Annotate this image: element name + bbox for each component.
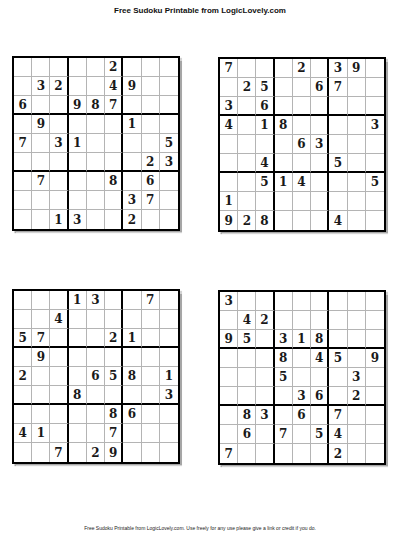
sudoku-cell-empty — [348, 154, 366, 173]
sudoku-cell-given: 4 — [50, 310, 68, 329]
sudoku-cell-empty — [69, 191, 87, 210]
sudoku-cell-given: 5 — [256, 173, 274, 192]
sudoku-cell-given: 3 — [69, 210, 87, 229]
sudoku-cell-given: 7 — [14, 134, 32, 153]
sudoku-cell-given: 7 — [105, 424, 123, 443]
sudoku-cell-empty — [220, 173, 238, 192]
sudoku-cell-empty — [14, 405, 32, 424]
sudoku-cell-given: 9 — [348, 59, 366, 78]
sudoku-cell-given: 7 — [50, 443, 68, 462]
sudoku-cell-empty — [348, 211, 366, 230]
sudoku-cell-empty — [123, 96, 141, 115]
sudoku-cell-empty — [293, 154, 311, 173]
page-title: Free Sudoku Printable from LogicLovely.c… — [0, 6, 400, 15]
sudoku-cell-empty — [275, 192, 293, 211]
sudoku-cell-given: 5 — [105, 367, 123, 386]
sudoku-cell-empty — [348, 349, 366, 368]
sudoku-cell-empty — [256, 135, 274, 154]
sudoku-cell-empty — [256, 368, 274, 387]
sudoku-cell-given: 3 — [275, 330, 293, 349]
sudoku-cell-empty — [348, 292, 366, 311]
sudoku-cell-given: 5 — [256, 78, 274, 97]
sudoku-cell-empty — [366, 387, 384, 406]
sudoku-cell-empty — [238, 173, 256, 192]
sudoku-cell-empty — [348, 135, 366, 154]
sudoku-cell-given: 6 — [238, 425, 256, 444]
sudoku-cell-given: 3 — [87, 291, 105, 310]
sudoku-cell-empty — [123, 386, 141, 405]
sudoku-cell-given: 6 — [256, 97, 274, 116]
sudoku-cell-empty — [311, 59, 329, 78]
sudoku-cell-given: 7 — [142, 291, 160, 310]
sudoku-cell-given: 7 — [220, 444, 238, 463]
sudoku-cell-empty — [293, 116, 311, 135]
sudoku-cell-empty — [69, 443, 87, 462]
sudoku-cell-empty — [220, 425, 238, 444]
sudoku-cell-given: 8 — [105, 405, 123, 424]
sudoku-cell-empty — [366, 368, 384, 387]
sudoku-cell-empty — [87, 348, 105, 367]
sudoku-cell-empty — [329, 116, 347, 135]
sudoku-cell-given: 1 — [123, 115, 141, 134]
sudoku-cell-given: 8 — [69, 386, 87, 405]
sudoku-cell-empty — [14, 291, 32, 310]
sudoku-cell-empty — [123, 172, 141, 191]
sudoku-cell-empty — [69, 310, 87, 329]
sudoku-cell-empty — [69, 405, 87, 424]
sudoku-cell-empty — [238, 135, 256, 154]
sudoku-cell-empty — [238, 116, 256, 135]
sudoku-cell-given: 8 — [105, 172, 123, 191]
sudoku-cell-empty — [275, 135, 293, 154]
sudoku-cell-empty — [348, 192, 366, 211]
sudoku-cell-given: 4 — [220, 116, 238, 135]
sudoku-cell-empty — [329, 330, 347, 349]
sudoku-cell-empty — [87, 329, 105, 348]
sudoku-grid-top-left: 2324969879173152378637132 — [12, 56, 180, 231]
sudoku-cell-empty — [142, 329, 160, 348]
sudoku-cell-empty — [50, 367, 68, 386]
sudoku-cell-empty — [366, 135, 384, 154]
sudoku-cell-given: 1 — [32, 424, 50, 443]
sudoku-cell-given: 3 — [220, 292, 238, 311]
sudoku-cell-given: 4 — [14, 424, 32, 443]
sudoku-cell-given: 7 — [275, 425, 293, 444]
sudoku-cell-empty — [32, 191, 50, 210]
sudoku-cell-empty — [348, 173, 366, 192]
sudoku-cell-empty — [293, 192, 311, 211]
sudoku-cell-given: 3 — [160, 386, 178, 405]
sudoku-cell-empty — [220, 135, 238, 154]
sudoku-cell-empty — [32, 210, 50, 229]
sudoku-cell-empty — [105, 348, 123, 367]
sudoku-cell-given: 6 — [87, 367, 105, 386]
sudoku-cell-empty — [348, 406, 366, 425]
sudoku-cell-empty — [14, 310, 32, 329]
sudoku-cell-empty — [69, 172, 87, 191]
sudoku-cell-empty — [32, 443, 50, 462]
sudoku-cell-empty — [105, 310, 123, 329]
sudoku-cell-given: 8 — [275, 349, 293, 368]
sudoku-cell-empty — [311, 406, 329, 425]
sudoku-cell-given: 2 — [348, 387, 366, 406]
sudoku-cell-given: 3 — [220, 97, 238, 116]
sudoku-cell-given: 3 — [366, 116, 384, 135]
sudoku-cell-empty — [87, 191, 105, 210]
sudoku-cell-given: 2 — [238, 211, 256, 230]
sudoku-cell-empty — [311, 154, 329, 173]
sudoku-cell-empty — [275, 387, 293, 406]
sudoku-cell-given: 2 — [238, 78, 256, 97]
sudoku-cell-empty — [142, 77, 160, 96]
sudoku-cell-empty — [142, 443, 160, 462]
sudoku-cell-empty — [142, 96, 160, 115]
sudoku-cell-given: 9 — [220, 330, 238, 349]
sudoku-cell-empty — [123, 424, 141, 443]
sudoku-cell-empty — [123, 348, 141, 367]
sudoku-grid-bottom-right: 342953188459533628367675472 — [218, 290, 386, 465]
sudoku-cell-empty — [238, 59, 256, 78]
sudoku-cell-empty — [87, 77, 105, 96]
sudoku-cell-empty — [366, 78, 384, 97]
sudoku-cell-empty — [311, 116, 329, 135]
sudoku-cell-empty — [32, 405, 50, 424]
sudoku-cell-given: 3 — [311, 135, 329, 154]
sudoku-cell-empty — [105, 134, 123, 153]
sudoku-cell-given: 9 — [220, 211, 238, 230]
sudoku-cell-empty — [87, 153, 105, 172]
sudoku-cell-empty — [69, 424, 87, 443]
sudoku-cell-given: 9 — [69, 96, 87, 115]
sudoku-cell-empty — [32, 386, 50, 405]
sudoku-cell-empty — [50, 153, 68, 172]
sudoku-cell-empty — [160, 310, 178, 329]
sudoku-cell-given: 7 — [220, 59, 238, 78]
sudoku-cell-empty — [275, 78, 293, 97]
sudoku-cell-empty — [348, 425, 366, 444]
sudoku-cell-empty — [256, 292, 274, 311]
sudoku-cell-given: 7 — [142, 191, 160, 210]
sudoku-cell-given: 3 — [160, 153, 178, 172]
sudoku-cell-empty — [14, 210, 32, 229]
sudoku-cell-empty — [366, 97, 384, 116]
sudoku-cell-empty — [32, 291, 50, 310]
sudoku-cell-empty — [160, 58, 178, 77]
sudoku-cell-empty — [50, 58, 68, 77]
sudoku-cell-given: 9 — [32, 348, 50, 367]
sudoku-cell-given: 3 — [32, 77, 50, 96]
sudoku-cell-given: 9 — [32, 115, 50, 134]
sudoku-cell-empty — [50, 291, 68, 310]
sudoku-cell-given: 8 — [275, 116, 293, 135]
sudoku-cell-empty — [311, 292, 329, 311]
sudoku-cell-empty — [69, 153, 87, 172]
sudoku-cell-given: 4 — [311, 349, 329, 368]
sudoku-cell-given: 2 — [50, 77, 68, 96]
sudoku-cell-empty — [256, 349, 274, 368]
sudoku-cell-given: 8 — [87, 96, 105, 115]
sudoku-cell-empty — [50, 96, 68, 115]
sudoku-cell-empty — [32, 96, 50, 115]
sudoku-cell-empty — [256, 425, 274, 444]
sudoku-cell-empty — [105, 291, 123, 310]
sudoku-cell-empty — [238, 154, 256, 173]
sudoku-cell-empty — [69, 77, 87, 96]
sudoku-cell-empty — [275, 406, 293, 425]
sudoku-cell-empty — [160, 96, 178, 115]
sudoku-cell-given: 3 — [50, 134, 68, 153]
sudoku-cell-empty — [14, 115, 32, 134]
sudoku-cell-empty — [142, 424, 160, 443]
sudoku-cell-empty — [105, 153, 123, 172]
sudoku-cell-given: 5 — [329, 349, 347, 368]
sudoku-cell-empty — [87, 58, 105, 77]
sudoku-cell-empty — [142, 115, 160, 134]
sudoku-cell-empty — [348, 311, 366, 330]
sudoku-cell-empty — [366, 425, 384, 444]
sudoku-cell-empty — [142, 134, 160, 153]
sudoku-cell-empty — [123, 153, 141, 172]
sudoku-cell-empty — [293, 444, 311, 463]
sudoku-cell-given: 1 — [69, 134, 87, 153]
sudoku-cell-empty — [329, 368, 347, 387]
sudoku-cell-given: 9 — [366, 349, 384, 368]
sudoku-cell-given: 1 — [123, 329, 141, 348]
sudoku-cell-given: 1 — [256, 116, 274, 135]
sudoku-cell-empty — [238, 368, 256, 387]
sudoku-cell-empty — [160, 77, 178, 96]
sudoku-cell-empty — [123, 310, 141, 329]
sudoku-cell-given: 3 — [293, 387, 311, 406]
sudoku-cell-given: 6 — [311, 78, 329, 97]
sudoku-cell-empty — [256, 387, 274, 406]
sudoku-cell-empty — [32, 310, 50, 329]
sudoku-cell-given: 1 — [50, 210, 68, 229]
sudoku-cell-empty — [105, 210, 123, 229]
sudoku-cell-given: 4 — [238, 311, 256, 330]
sudoku-cell-empty — [220, 78, 238, 97]
sudoku-cell-empty — [87, 115, 105, 134]
sudoku-cell-empty — [14, 443, 32, 462]
sudoku-cell-empty — [348, 330, 366, 349]
sudoku-cell-given: 7 — [329, 406, 347, 425]
sudoku-cell-given: 7 — [329, 78, 347, 97]
sudoku-cell-empty — [329, 292, 347, 311]
sudoku-cell-given: 7 — [32, 329, 50, 348]
sudoku-cell-empty — [238, 292, 256, 311]
sudoku-cell-given: 6 — [123, 405, 141, 424]
sudoku-cell-empty — [275, 444, 293, 463]
sudoku-cell-empty — [123, 58, 141, 77]
sudoku-cell-given: 2 — [123, 210, 141, 229]
sudoku-grid-bottom-left: 137457219265818386417729 — [12, 289, 180, 464]
sudoku-cell-empty — [220, 406, 238, 425]
sudoku-cell-empty — [69, 115, 87, 134]
sudoku-cell-empty — [256, 330, 274, 349]
sudoku-cell-empty — [293, 78, 311, 97]
sudoku-cell-given: 4 — [256, 154, 274, 173]
sudoku-cell-empty — [366, 59, 384, 78]
sudoku-cell-empty — [105, 386, 123, 405]
sudoku-cell-empty — [275, 211, 293, 230]
sudoku-cell-empty — [69, 348, 87, 367]
sudoku-cell-given: 6 — [14, 96, 32, 115]
sudoku-cell-empty — [238, 349, 256, 368]
sudoku-cell-empty — [14, 58, 32, 77]
sudoku-cell-empty — [50, 424, 68, 443]
sudoku-cell-given: 3 — [329, 59, 347, 78]
sudoku-cell-empty — [160, 115, 178, 134]
sudoku-cell-empty — [220, 154, 238, 173]
sudoku-cell-given: 1 — [275, 173, 293, 192]
sudoku-cell-given: 8 — [238, 406, 256, 425]
sudoku-cell-empty — [32, 367, 50, 386]
sudoku-cell-empty — [32, 134, 50, 153]
sudoku-cell-empty — [32, 58, 50, 77]
sudoku-cell-empty — [220, 311, 238, 330]
sudoku-cell-empty — [105, 191, 123, 210]
sudoku-cell-empty — [366, 292, 384, 311]
sudoku-cell-empty — [87, 405, 105, 424]
sudoku-cell-given: 6 — [142, 172, 160, 191]
sudoku-cell-empty — [238, 387, 256, 406]
sudoku-cell-empty — [329, 173, 347, 192]
sudoku-cell-empty — [87, 210, 105, 229]
sudoku-cell-empty — [366, 211, 384, 230]
sudoku-cell-empty — [348, 78, 366, 97]
sudoku-cell-empty — [366, 192, 384, 211]
sudoku-cell-given: 5 — [238, 330, 256, 349]
sudoku-cell-empty — [329, 387, 347, 406]
sudoku-cell-given: 4 — [329, 425, 347, 444]
sudoku-cell-empty — [142, 386, 160, 405]
sudoku-cell-empty — [14, 153, 32, 172]
sudoku-cell-empty — [142, 210, 160, 229]
sudoku-cell-empty — [50, 172, 68, 191]
sudoku-cell-empty — [293, 368, 311, 387]
sudoku-cell-empty — [87, 424, 105, 443]
sudoku-cell-given: 3 — [256, 406, 274, 425]
sudoku-cell-empty — [160, 443, 178, 462]
sudoku-cell-empty — [87, 386, 105, 405]
sudoku-cell-empty — [366, 154, 384, 173]
sudoku-cell-empty — [160, 191, 178, 210]
sudoku-cell-empty — [50, 329, 68, 348]
sudoku-cell-empty — [275, 97, 293, 116]
sudoku-cell-empty — [293, 97, 311, 116]
sudoku-cell-empty — [87, 172, 105, 191]
sudoku-cell-empty — [69, 58, 87, 77]
sudoku-cell-empty — [14, 386, 32, 405]
sudoku-cell-given: 5 — [14, 329, 32, 348]
sudoku-cell-empty — [14, 191, 32, 210]
sudoku-cell-given: 2 — [105, 329, 123, 348]
sudoku-cell-empty — [293, 425, 311, 444]
sudoku-cell-empty — [293, 349, 311, 368]
sudoku-cell-given: 5 — [329, 154, 347, 173]
sudoku-cell-empty — [329, 97, 347, 116]
sudoku-cell-empty — [14, 77, 32, 96]
sudoku-cell-empty — [366, 406, 384, 425]
sudoku-cell-given: 8 — [256, 211, 274, 230]
sudoku-cell-empty — [123, 291, 141, 310]
sudoku-cell-empty — [50, 405, 68, 424]
sudoku-cell-given: 7 — [32, 172, 50, 191]
sudoku-cell-given: 5 — [366, 173, 384, 192]
sudoku-cell-given: 6 — [293, 135, 311, 154]
sudoku-cell-empty — [160, 210, 178, 229]
sudoku-cell-given: 3 — [123, 191, 141, 210]
sudoku-cell-empty — [311, 368, 329, 387]
sudoku-cell-empty — [329, 311, 347, 330]
sudoku-cell-given: 4 — [329, 211, 347, 230]
sudoku-cell-given: 9 — [123, 77, 141, 96]
sudoku-cell-empty — [275, 292, 293, 311]
sudoku-cell-given: 2 — [293, 59, 311, 78]
sudoku-cell-empty — [329, 192, 347, 211]
sudoku-cell-empty — [311, 97, 329, 116]
sudoku-cell-empty — [256, 192, 274, 211]
sudoku-cell-given: 4 — [105, 77, 123, 96]
sudoku-cell-empty — [311, 173, 329, 192]
sudoku-cell-given: 2 — [329, 444, 347, 463]
sudoku-cell-empty — [256, 59, 274, 78]
sudoku-cell-given: 5 — [311, 425, 329, 444]
sudoku-cell-empty — [220, 368, 238, 387]
sudoku-cell-empty — [32, 153, 50, 172]
sudoku-cell-given: 5 — [275, 368, 293, 387]
sudoku-cell-empty — [160, 329, 178, 348]
sudoku-cell-given: 2 — [14, 367, 32, 386]
sudoku-cell-empty — [348, 444, 366, 463]
sudoku-cell-empty — [220, 387, 238, 406]
sudoku-cell-given: 2 — [105, 58, 123, 77]
sudoku-cell-empty — [311, 311, 329, 330]
footer-credit-note: Free Sudoku Printable from LogicLovely.c… — [0, 525, 400, 531]
sudoku-cell-given: 2 — [256, 311, 274, 330]
sudoku-cell-given: 5 — [160, 134, 178, 153]
sudoku-cell-empty — [87, 134, 105, 153]
sudoku-cell-given: 1 — [69, 291, 87, 310]
sudoku-cell-empty — [366, 330, 384, 349]
sudoku-cell-empty — [69, 329, 87, 348]
printable-sudoku-page: Free Sudoku Printable from LogicLovely.c… — [0, 0, 400, 539]
sudoku-cell-given: 1 — [220, 192, 238, 211]
sudoku-cell-empty — [366, 311, 384, 330]
sudoku-cell-empty — [311, 444, 329, 463]
sudoku-cell-empty — [238, 192, 256, 211]
sudoku-cell-given: 8 — [123, 367, 141, 386]
sudoku-cell-empty — [142, 405, 160, 424]
sudoku-cell-empty — [105, 115, 123, 134]
sudoku-cell-empty — [293, 311, 311, 330]
sudoku-cell-empty — [123, 134, 141, 153]
sudoku-cell-empty — [142, 367, 160, 386]
sudoku-cell-empty — [142, 58, 160, 77]
sudoku-cell-empty — [50, 386, 68, 405]
sudoku-grid-top-right: 723925673641836345514519284 — [218, 57, 386, 232]
sudoku-cell-empty — [256, 444, 274, 463]
sudoku-cell-empty — [275, 311, 293, 330]
sudoku-cell-empty — [160, 172, 178, 191]
sudoku-cell-empty — [160, 348, 178, 367]
sudoku-cell-empty — [69, 367, 87, 386]
sudoku-cell-empty — [293, 292, 311, 311]
sudoku-cell-given: 6 — [293, 406, 311, 425]
sudoku-cell-empty — [275, 154, 293, 173]
sudoku-cell-empty — [220, 349, 238, 368]
sudoku-cell-given: 1 — [160, 367, 178, 386]
